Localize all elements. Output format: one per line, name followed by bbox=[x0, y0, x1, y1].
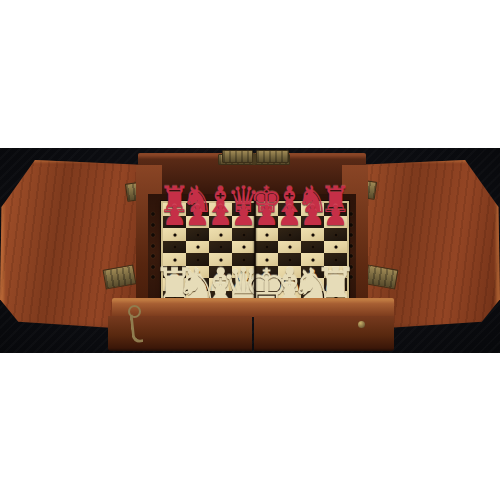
square-e7[interactable]: ♟ bbox=[255, 216, 278, 229]
peg-hole bbox=[349, 223, 353, 227]
square-a7[interactable]: ♟ bbox=[163, 216, 186, 229]
peg-hole bbox=[349, 233, 353, 237]
piece-red-pawn-h7[interactable]: ♟ bbox=[323, 202, 348, 230]
square-b5[interactable] bbox=[186, 241, 209, 254]
box-front-panel-right bbox=[254, 316, 394, 351]
piece-red-pawn-d7[interactable]: ♟ bbox=[231, 202, 256, 230]
square-h7[interactable]: ♟ bbox=[324, 216, 347, 229]
square-c7[interactable]: ♟ bbox=[209, 216, 232, 229]
square-e5[interactable] bbox=[255, 241, 278, 254]
square-h5[interactable] bbox=[324, 241, 347, 254]
box-front-rail bbox=[112, 298, 394, 317]
board-fold-hinge-line bbox=[254, 201, 256, 305]
piece-red-pawn-f7[interactable]: ♟ bbox=[277, 202, 302, 230]
photo-black-backdrop: ♜♞♝♛♚♝♞♜♟♟♟♟♟♟♟♟♟♟♟♟♟♟♟♟♜♞♝♛♚♝♞♜ bbox=[0, 148, 500, 353]
piece-red-pawn-b7[interactable]: ♟ bbox=[185, 202, 210, 230]
square-b7[interactable]: ♟ bbox=[186, 216, 209, 229]
chessboard[interactable]: ♜♞♝♛♚♝♞♜♟♟♟♟♟♟♟♟♟♟♟♟♟♟♟♟♜♞♝♛♚♝♞♜ bbox=[161, 201, 349, 305]
piece-red-pawn-e7[interactable]: ♟ bbox=[254, 202, 279, 230]
peg-hole bbox=[151, 223, 155, 227]
square-c5[interactable] bbox=[209, 241, 232, 254]
piece-red-pawn-a7[interactable]: ♟ bbox=[162, 202, 187, 230]
square-g7[interactable]: ♟ bbox=[301, 216, 324, 229]
peg-hole bbox=[151, 233, 155, 237]
brass-front-knob bbox=[358, 321, 365, 328]
front-hinge-plate-left bbox=[222, 150, 253, 163]
piece-red-pawn-c7[interactable]: ♟ bbox=[208, 202, 233, 230]
square-d7[interactable]: ♟ bbox=[232, 216, 255, 229]
peg-hole bbox=[151, 244, 155, 248]
square-f5[interactable] bbox=[278, 241, 301, 254]
auction-photo-of-travel-chess-set: ♜♞♝♛♚♝♞♜♟♟♟♟♟♟♟♟♟♟♟♟♟♟♟♟♜♞♝♛♚♝♞♜ bbox=[0, 0, 500, 500]
square-d5[interactable] bbox=[232, 241, 255, 254]
square-a5[interactable] bbox=[163, 241, 186, 254]
front-hinge-plate-right bbox=[256, 150, 289, 163]
peg-hole bbox=[151, 212, 155, 216]
square-g5[interactable] bbox=[301, 241, 324, 254]
piece-red-pawn-g7[interactable]: ♟ bbox=[300, 202, 325, 230]
peg-hole bbox=[349, 244, 353, 248]
square-f7[interactable]: ♟ bbox=[278, 216, 301, 229]
